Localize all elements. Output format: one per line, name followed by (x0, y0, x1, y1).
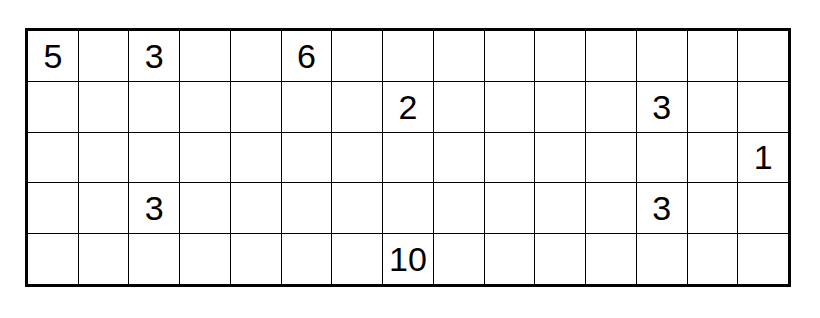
cell-r4c6[interactable] (282, 183, 332, 233)
cell-r5c2[interactable] (79, 234, 129, 284)
cell-r2c11[interactable] (535, 82, 585, 132)
cell-r1c3[interactable]: 3 (129, 31, 179, 81)
cell-r1c10[interactable] (485, 31, 535, 81)
cell-r1c1[interactable]: 5 (28, 31, 78, 81)
cell-r1c4[interactable] (180, 31, 230, 81)
cell-r3c10[interactable] (485, 133, 535, 183)
cell-r2c10[interactable] (485, 82, 535, 132)
cell-r4c4[interactable] (180, 183, 230, 233)
cell-r3c7[interactable] (332, 133, 382, 183)
cell-r5c9[interactable] (434, 234, 484, 284)
cell-r1c11[interactable] (535, 31, 585, 81)
cell-r2c5[interactable] (231, 82, 281, 132)
cell-r5c12[interactable] (586, 234, 636, 284)
cell-r4c7[interactable] (332, 183, 382, 233)
cell-r3c13[interactable] (637, 133, 687, 183)
cell-r2c13[interactable]: 3 (637, 82, 687, 132)
cell-r1c5[interactable] (231, 31, 281, 81)
cell-r4c1[interactable] (28, 183, 78, 233)
cell-r3c11[interactable] (535, 133, 585, 183)
cell-r5c15[interactable] (738, 234, 788, 284)
cell-r5c4[interactable] (180, 234, 230, 284)
cell-r4c9[interactable] (434, 183, 484, 233)
cell-r3c14[interactable] (688, 133, 738, 183)
cell-r4c12[interactable] (586, 183, 636, 233)
cell-r3c2[interactable] (79, 133, 129, 183)
cell-r2c3[interactable] (129, 82, 179, 132)
cell-r2c2[interactable] (79, 82, 129, 132)
cell-r5c1[interactable] (28, 234, 78, 284)
cell-r2c4[interactable] (180, 82, 230, 132)
cell-r1c14[interactable] (688, 31, 738, 81)
cell-r1c13[interactable] (637, 31, 687, 81)
cell-r5c6[interactable] (282, 234, 332, 284)
cell-r3c4[interactable] (180, 133, 230, 183)
cell-r2c7[interactable] (332, 82, 382, 132)
cell-r5c7[interactable] (332, 234, 382, 284)
cell-r3c12[interactable] (586, 133, 636, 183)
cell-r2c1[interactable] (28, 82, 78, 132)
cell-r4c11[interactable] (535, 183, 585, 233)
cell-r4c10[interactable] (485, 183, 535, 233)
cell-r4c13[interactable]: 3 (637, 183, 687, 233)
cell-r4c15[interactable] (738, 183, 788, 233)
cell-r5c13[interactable] (637, 234, 687, 284)
cell-r2c9[interactable] (434, 82, 484, 132)
cell-r1c8[interactable] (383, 31, 433, 81)
cell-r3c15[interactable]: 1 (738, 133, 788, 183)
cell-r5c3[interactable] (129, 234, 179, 284)
cell-r4c3[interactable]: 3 (129, 183, 179, 233)
cell-r1c12[interactable] (586, 31, 636, 81)
cell-r1c6[interactable]: 6 (282, 31, 332, 81)
cell-r5c11[interactable] (535, 234, 585, 284)
cell-r3c3[interactable] (129, 133, 179, 183)
cell-r5c8[interactable]: 10 (383, 234, 433, 284)
cell-r3c5[interactable] (231, 133, 281, 183)
cell-r1c15[interactable] (738, 31, 788, 81)
cell-r1c7[interactable] (332, 31, 382, 81)
cell-r3c6[interactable] (282, 133, 332, 183)
cell-r5c5[interactable] (231, 234, 281, 284)
cell-r2c14[interactable] (688, 82, 738, 132)
cell-r2c8[interactable]: 2 (383, 82, 433, 132)
cell-r3c9[interactable] (434, 133, 484, 183)
cell-r4c2[interactable] (79, 183, 129, 233)
cell-r2c12[interactable] (586, 82, 636, 132)
cell-r1c9[interactable] (434, 31, 484, 81)
puzzle-board: 5362313310 (25, 28, 791, 287)
cell-r4c8[interactable] (383, 183, 433, 233)
cell-r4c5[interactable] (231, 183, 281, 233)
cell-r4c14[interactable] (688, 183, 738, 233)
cell-r2c15[interactable] (738, 82, 788, 132)
cell-r3c1[interactable] (28, 133, 78, 183)
cell-r5c10[interactable] (485, 234, 535, 284)
cell-r3c8[interactable] (383, 133, 433, 183)
cell-r2c6[interactable] (282, 82, 332, 132)
cell-r1c2[interactable] (79, 31, 129, 81)
cell-r5c14[interactable] (688, 234, 738, 284)
